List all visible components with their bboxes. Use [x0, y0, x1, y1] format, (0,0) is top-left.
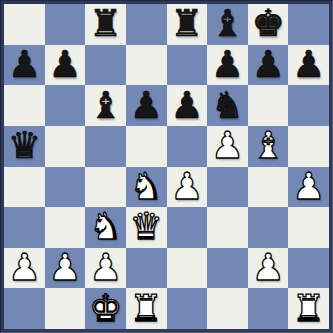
piece-white-pawn: ♟	[170, 167, 203, 207]
square-d8[interactable]	[126, 4, 167, 45]
square-h6[interactable]	[288, 85, 329, 126]
square-a1[interactable]	[4, 288, 45, 329]
square-c8[interactable]: ♜	[85, 4, 126, 45]
piece-white-pawn: ♟	[89, 248, 122, 288]
piece-white-king: ♚	[89, 289, 122, 329]
square-c1[interactable]: ♚	[85, 288, 126, 329]
square-e1[interactable]	[167, 288, 208, 329]
square-b6[interactable]	[45, 85, 86, 126]
piece-black-king: ♚	[251, 4, 284, 44]
square-c3[interactable]: ♞	[85, 207, 126, 248]
piece-white-pawn: ♟	[211, 126, 244, 166]
piece-white-knight: ♞	[130, 167, 163, 207]
square-g5[interactable]: ♝	[248, 126, 289, 167]
square-a3[interactable]	[4, 207, 45, 248]
piece-white-pawn: ♟	[251, 248, 284, 288]
piece-black-bishop: ♝	[89, 86, 122, 126]
square-e2[interactable]	[167, 248, 208, 289]
square-c5[interactable]	[85, 126, 126, 167]
piece-white-pawn: ♟	[8, 248, 41, 288]
square-f6[interactable]: ♞	[207, 85, 248, 126]
piece-black-pawn: ♟	[292, 45, 325, 85]
square-f5[interactable]: ♟	[207, 126, 248, 167]
piece-black-pawn: ♟	[8, 45, 41, 85]
square-a7[interactable]: ♟	[4, 45, 45, 86]
square-e4[interactable]: ♟	[167, 167, 208, 208]
square-f7[interactable]: ♟	[207, 45, 248, 86]
square-d5[interactable]	[126, 126, 167, 167]
square-b3[interactable]	[45, 207, 86, 248]
piece-black-pawn: ♟	[170, 86, 203, 126]
square-a5[interactable]: ♛	[4, 126, 45, 167]
square-h7[interactable]: ♟	[288, 45, 329, 86]
square-f2[interactable]	[207, 248, 248, 289]
square-c2[interactable]: ♟	[85, 248, 126, 289]
square-h3[interactable]	[288, 207, 329, 248]
square-b8[interactable]	[45, 4, 86, 45]
piece-black-bishop: ♝	[211, 4, 244, 44]
square-b2[interactable]: ♟	[45, 248, 86, 289]
square-g7[interactable]: ♟	[248, 45, 289, 86]
square-f8[interactable]: ♝	[207, 4, 248, 45]
square-b5[interactable]	[45, 126, 86, 167]
piece-black-pawn: ♟	[130, 86, 163, 126]
piece-white-rook: ♜	[130, 289, 163, 329]
square-c7[interactable]	[85, 45, 126, 86]
square-a8[interactable]	[4, 4, 45, 45]
square-a6[interactable]	[4, 85, 45, 126]
square-d3[interactable]: ♛	[126, 207, 167, 248]
chess-board-frame: ♜♜♝♚♟♟♟♟♟♝♟♟♞♛♟♝♞♟♟♞♛♟♟♟♟♚♜♜	[0, 0, 333, 333]
piece-white-queen: ♛	[130, 207, 163, 247]
piece-black-rook: ♜	[89, 4, 122, 44]
square-h5[interactable]	[288, 126, 329, 167]
piece-black-knight: ♞	[211, 86, 244, 126]
square-g4[interactable]	[248, 167, 289, 208]
square-g2[interactable]: ♟	[248, 248, 289, 289]
square-e3[interactable]	[167, 207, 208, 248]
piece-white-knight: ♞	[89, 207, 122, 247]
square-g8[interactable]: ♚	[248, 4, 289, 45]
square-d6[interactable]: ♟	[126, 85, 167, 126]
square-a4[interactable]	[4, 167, 45, 208]
piece-black-pawn: ♟	[48, 45, 81, 85]
square-b4[interactable]	[45, 167, 86, 208]
square-f4[interactable]	[207, 167, 248, 208]
square-d7[interactable]	[126, 45, 167, 86]
piece-white-rook: ♜	[292, 289, 325, 329]
square-e5[interactable]	[167, 126, 208, 167]
square-d4[interactable]: ♞	[126, 167, 167, 208]
square-f3[interactable]	[207, 207, 248, 248]
piece-black-queen: ♛	[8, 126, 41, 166]
piece-white-pawn: ♟	[292, 167, 325, 207]
piece-white-pawn: ♟	[48, 248, 81, 288]
square-d1[interactable]: ♜	[126, 288, 167, 329]
square-e6[interactable]: ♟	[167, 85, 208, 126]
square-b1[interactable]	[45, 288, 86, 329]
square-h1[interactable]: ♜	[288, 288, 329, 329]
square-h4[interactable]: ♟	[288, 167, 329, 208]
square-c6[interactable]: ♝	[85, 85, 126, 126]
square-d2[interactable]	[126, 248, 167, 289]
piece-black-rook: ♜	[170, 4, 203, 44]
piece-white-bishop: ♝	[251, 126, 284, 166]
square-f1[interactable]	[207, 288, 248, 329]
square-g6[interactable]	[248, 85, 289, 126]
square-b7[interactable]: ♟	[45, 45, 86, 86]
chess-board: ♜♜♝♚♟♟♟♟♟♝♟♟♞♛♟♝♞♟♟♞♛♟♟♟♟♚♜♜	[4, 4, 329, 329]
piece-black-pawn: ♟	[251, 45, 284, 85]
square-c4[interactable]	[85, 167, 126, 208]
square-g3[interactable]	[248, 207, 289, 248]
square-g1[interactable]	[248, 288, 289, 329]
piece-black-pawn: ♟	[211, 45, 244, 85]
square-a2[interactable]: ♟	[4, 248, 45, 289]
square-e7[interactable]	[167, 45, 208, 86]
square-e8[interactable]: ♜	[167, 4, 208, 45]
square-h2[interactable]	[288, 248, 329, 289]
square-h8[interactable]	[288, 4, 329, 45]
